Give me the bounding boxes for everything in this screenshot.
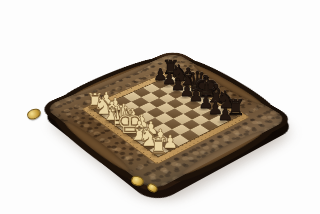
brass-latch-left: [26, 107, 43, 122]
carved-wooden-chess-set-photo: ♜♞♝♛♚♝♞♜♟♟♟♟♟♟♟♟♟♟♟♟♟♟♟♟♜♞♝♛♚♝♞♜: [0, 0, 320, 214]
piece-black-pawn-h7: ♟: [218, 106, 233, 123]
piece-white-rook-h1: ♜: [148, 135, 168, 158]
